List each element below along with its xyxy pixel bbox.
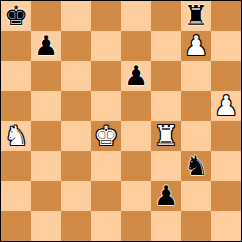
square-f2[interactable]: ♟ (151, 181, 181, 211)
square-d3[interactable] (91, 151, 121, 181)
square-h3[interactable] (211, 151, 241, 181)
white-knight[interactable]: ♞ (4, 121, 28, 151)
white-pawn[interactable]: ♟ (214, 91, 238, 121)
black-knight[interactable]: ♞ (184, 151, 208, 181)
square-d2[interactable] (91, 181, 121, 211)
square-a2[interactable] (1, 181, 31, 211)
square-b7[interactable]: ♟ (31, 31, 61, 61)
square-d6[interactable] (91, 61, 121, 91)
square-f6[interactable] (151, 61, 181, 91)
square-a1[interactable] (1, 211, 31, 241)
square-c8[interactable] (61, 1, 91, 31)
square-g5[interactable] (181, 91, 211, 121)
square-b6[interactable] (31, 61, 61, 91)
black-king[interactable]: ♚ (4, 1, 28, 31)
square-g2[interactable] (181, 181, 211, 211)
square-c5[interactable] (61, 91, 91, 121)
square-g8[interactable]: ♜ (181, 1, 211, 31)
square-d4[interactable]: ♚ (91, 121, 121, 151)
square-h5[interactable]: ♟ (211, 91, 241, 121)
square-e4[interactable] (121, 121, 151, 151)
square-a5[interactable] (1, 91, 31, 121)
square-f3[interactable] (151, 151, 181, 181)
square-b4[interactable] (31, 121, 61, 151)
square-h7[interactable] (211, 31, 241, 61)
square-a6[interactable] (1, 61, 31, 91)
white-king[interactable]: ♚ (94, 121, 118, 151)
square-f8[interactable] (151, 1, 181, 31)
square-a3[interactable] (1, 151, 31, 181)
square-a8[interactable]: ♚ (1, 1, 31, 31)
square-c4[interactable] (61, 121, 91, 151)
square-c3[interactable] (61, 151, 91, 181)
square-d5[interactable] (91, 91, 121, 121)
black-rook[interactable]: ♜ (184, 1, 208, 31)
black-pawn[interactable]: ♟ (124, 61, 148, 91)
square-e6[interactable]: ♟ (121, 61, 151, 91)
square-b2[interactable] (31, 181, 61, 211)
square-h6[interactable] (211, 61, 241, 91)
square-f1[interactable] (151, 211, 181, 241)
white-pawn[interactable]: ♟ (184, 31, 208, 61)
square-h4[interactable] (211, 121, 241, 151)
square-a4[interactable]: ♞ (1, 121, 31, 151)
square-c1[interactable] (61, 211, 91, 241)
square-b5[interactable] (31, 91, 61, 121)
square-d8[interactable] (91, 1, 121, 31)
square-h2[interactable] (211, 181, 241, 211)
square-b1[interactable] (31, 211, 61, 241)
square-h1[interactable] (211, 211, 241, 241)
square-g3[interactable]: ♞ (181, 151, 211, 181)
chess-board: ♚♜♟♟♟♟♞♚♜♞♟ (0, 0, 242, 242)
chess-board-container: ♚♜♟♟♟♟♞♚♜♞♟ (0, 0, 242, 242)
square-d1[interactable] (91, 211, 121, 241)
square-g7[interactable]: ♟ (181, 31, 211, 61)
square-e8[interactable] (121, 1, 151, 31)
square-f5[interactable] (151, 91, 181, 121)
square-f7[interactable] (151, 31, 181, 61)
square-c2[interactable] (61, 181, 91, 211)
square-c6[interactable] (61, 61, 91, 91)
black-pawn[interactable]: ♟ (34, 31, 58, 61)
square-e5[interactable] (121, 91, 151, 121)
square-h8[interactable] (211, 1, 241, 31)
white-rook[interactable]: ♜ (154, 121, 178, 151)
square-e3[interactable] (121, 151, 151, 181)
square-b3[interactable] (31, 151, 61, 181)
square-e2[interactable] (121, 181, 151, 211)
square-d7[interactable] (91, 31, 121, 61)
square-a7[interactable] (1, 31, 31, 61)
square-g6[interactable] (181, 61, 211, 91)
square-b8[interactable] (31, 1, 61, 31)
square-f4[interactable]: ♜ (151, 121, 181, 151)
black-pawn[interactable]: ♟ (154, 181, 178, 211)
square-e1[interactable] (121, 211, 151, 241)
square-e7[interactable] (121, 31, 151, 61)
square-g1[interactable] (181, 211, 211, 241)
square-g4[interactable] (181, 121, 211, 151)
square-c7[interactable] (61, 31, 91, 61)
